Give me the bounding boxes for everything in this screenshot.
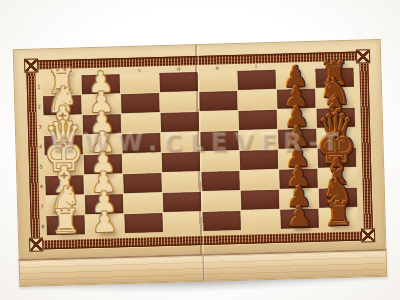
playing-field: abcdefgh 12345678 ♜♟♟♜♞♟♟♞♝♟♟♝♛♟♟♛♚♟♟♚♝♟…: [35, 61, 364, 241]
square-r1c5[interactable]: [198, 71, 237, 91]
white-rook[interactable]: ♜: [50, 204, 81, 238]
square-r7c5[interactable]: [202, 191, 241, 211]
square-r8c8[interactable]: ♜: [319, 208, 358, 228]
square-r8c6[interactable]: [241, 210, 280, 230]
box-front-seam: [203, 256, 206, 281]
square-r3c6[interactable]: [239, 110, 278, 130]
square-r5c6[interactable]: [240, 150, 279, 170]
square-r2c3[interactable]: [121, 93, 160, 113]
square-r2c5[interactable]: [199, 91, 238, 111]
coordinate-label: 7: [39, 196, 46, 216]
photo-stage: WWW.CLEVER-T abcdefgh 12345678 ♜♟♟♜♞♟♟♞♝…: [0, 0, 400, 300]
square-r1c3[interactable]: [120, 73, 159, 93]
coordinate-label: c: [120, 66, 159, 73]
square-r8c5[interactable]: [202, 211, 241, 231]
square-r4c5[interactable]: [200, 131, 239, 151]
square-r8c3[interactable]: [124, 213, 163, 233]
square-r6c4[interactable]: [162, 172, 201, 192]
coordinate-label: e: [198, 64, 237, 71]
square-r4c3[interactable]: [122, 133, 161, 153]
square-r5c4[interactable]: [162, 152, 201, 172]
square-r1c4[interactable]: [159, 72, 198, 92]
square-r2c6[interactable]: [238, 90, 277, 110]
corner-motif-icon: [361, 228, 375, 242]
corner-motif-icon: [356, 49, 370, 63]
square-r7c6[interactable]: [241, 190, 280, 210]
corner-motif-icon: [24, 58, 38, 72]
square-r3c3[interactable]: [122, 113, 161, 133]
square-r5c5[interactable]: [201, 151, 240, 171]
black-rook[interactable]: ♜: [323, 197, 354, 231]
square-r6c6[interactable]: [240, 170, 279, 190]
chess-board: abcdefgh 12345678 ♜♟♟♜♞♟♟♞♝♟♟♝♛♟♟♛♚♟♟♚♝♟…: [13, 39, 387, 259]
black-pawn[interactable]: ♟: [287, 203, 313, 232]
square-r5c3[interactable]: [123, 153, 162, 173]
square-r8c7[interactable]: ♟: [280, 209, 319, 229]
square-r3c4[interactable]: [161, 112, 200, 132]
square-r8c1[interactable]: ♜: [46, 215, 85, 235]
coordinate-label: 8: [39, 216, 46, 236]
square-r7c3[interactable]: [124, 193, 163, 213]
square-r6c3[interactable]: [123, 173, 162, 193]
square-r6c5[interactable]: [201, 171, 240, 191]
coordinate-label: f: [237, 63, 276, 70]
square-r3c5[interactable]: [200, 111, 239, 131]
square-r7c4[interactable]: [163, 192, 202, 212]
square-r8c2[interactable]: ♟: [85, 214, 124, 234]
square-r8c4[interactable]: [163, 212, 202, 232]
square-r2c4[interactable]: [160, 92, 199, 112]
coordinate-label: 2: [36, 96, 43, 116]
square-r4c6[interactable]: [239, 130, 278, 150]
corner-motif-icon: [29, 237, 43, 251]
coordinate-label: 1: [36, 76, 43, 96]
square-r4c4[interactable]: [161, 132, 200, 152]
square-r1c6[interactable]: [237, 70, 276, 90]
ornamental-border: abcdefgh 12345678 ♜♟♟♜♞♟♟♞♝♟♟♝♛♟♟♛♚♟♟♚♝♟…: [26, 51, 373, 249]
board-assembly: abcdefgh 12345678 ♜♟♟♜♞♟♟♞♝♟♟♝♛♟♟♛♚♟♟♚♝♟…: [13, 39, 388, 287]
coordinate-label: d: [159, 65, 198, 72]
white-pawn[interactable]: ♟: [92, 208, 118, 237]
board-grid: ♜♟♟♜♞♟♟♞♝♟♟♝♛♟♟♛♚♟♟♚♝♟♟♝♞♟♟♞♜♟♟♜: [43, 68, 358, 236]
